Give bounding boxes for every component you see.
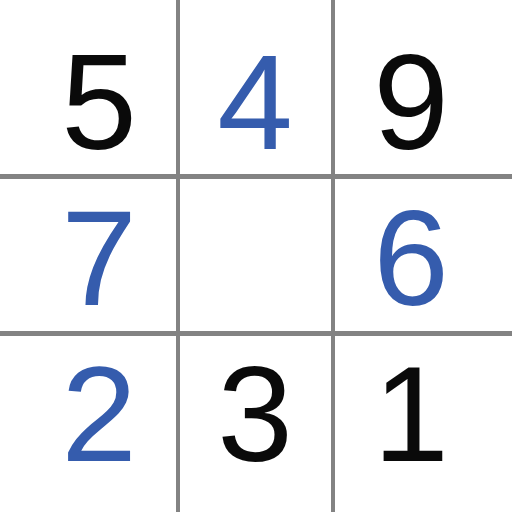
cell-r3c3[interactable]: 1 <box>333 333 489 489</box>
cell-r2c1[interactable]: 7 <box>21 177 177 333</box>
cell-r2c2[interactable] <box>177 177 333 333</box>
cell-r3c1[interactable]: 2 <box>21 333 177 489</box>
cell-r1c3[interactable]: 9 <box>333 21 489 177</box>
cell-r2c3[interactable]: 6 <box>333 177 489 333</box>
sudoku-board: 5 4 9 7 6 2 3 1 <box>0 0 512 512</box>
cell-r3c2[interactable]: 3 <box>177 333 333 489</box>
cell-r1c1[interactable]: 5 <box>21 21 177 177</box>
cell-r1c2[interactable]: 4 <box>177 21 333 177</box>
